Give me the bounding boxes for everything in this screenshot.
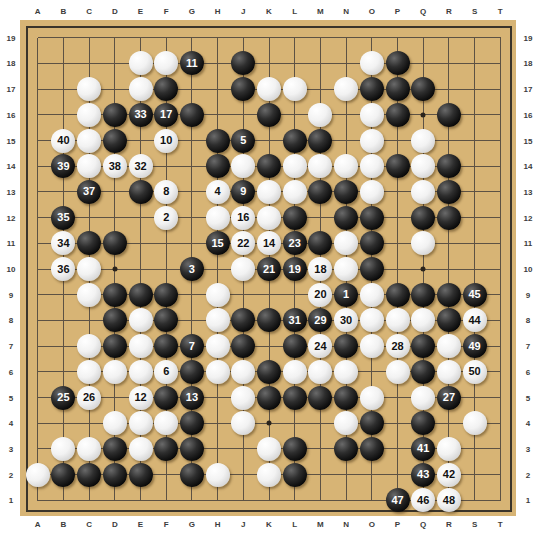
black-stone-P9[interactable] (386, 283, 410, 307)
black-stone-Q17[interactable] (411, 77, 435, 101)
empty-intersection-L18[interactable] (283, 51, 307, 75)
white-stone-M6[interactable] (308, 360, 332, 384)
black-stone-R12[interactable] (437, 206, 461, 230)
move-20-stone-M9[interactable]: 20 (308, 283, 332, 307)
empty-intersection-C4[interactable] (77, 411, 101, 435)
empty-intersection-E11[interactable] (129, 231, 153, 255)
move-13-stone-G5[interactable]: 13 (180, 386, 204, 410)
black-stone-Q7[interactable] (411, 334, 435, 358)
empty-intersection-S17[interactable] (463, 77, 487, 101)
black-stone-N3[interactable] (334, 437, 358, 461)
empty-intersection-P4[interactable] (386, 411, 410, 435)
empty-intersection-O6[interactable] (360, 360, 384, 384)
black-stone-L5[interactable] (283, 386, 307, 410)
empty-intersection-T17[interactable] (488, 77, 512, 101)
empty-intersection-S16[interactable] (463, 103, 487, 127)
empty-intersection-D12[interactable] (103, 206, 127, 230)
empty-intersection-J9[interactable] (231, 283, 255, 307)
empty-intersection-A14[interactable] (26, 154, 50, 178)
empty-intersection-P19[interactable] (386, 26, 410, 50)
white-stone-N4[interactable] (334, 411, 358, 435)
white-stone-E4[interactable] (129, 411, 153, 435)
empty-intersection-G13[interactable] (180, 180, 204, 204)
empty-intersection-D13[interactable] (103, 180, 127, 204)
empty-intersection-M19[interactable] (308, 26, 332, 50)
white-stone-M16[interactable] (308, 103, 332, 127)
white-stone-Q11[interactable] (411, 231, 435, 255)
white-stone-C7[interactable] (77, 334, 101, 358)
move-22-stone-J11[interactable]: 22 (231, 231, 255, 255)
empty-intersection-B13[interactable] (51, 180, 75, 204)
empty-intersection-B9[interactable] (51, 283, 75, 307)
black-stone-F3[interactable] (154, 437, 178, 461)
black-stone-O4[interactable] (360, 411, 384, 435)
empty-intersection-S2[interactable] (463, 463, 487, 487)
empty-intersection-B1[interactable] (51, 488, 75, 512)
white-stone-Q13[interactable] (411, 180, 435, 204)
black-stone-R9[interactable] (437, 283, 461, 307)
white-stone-K13[interactable] (257, 180, 281, 204)
white-stone-O16[interactable] (360, 103, 384, 127)
move-37-stone-C13[interactable]: 37 (77, 180, 101, 204)
empty-intersection-P10[interactable] (386, 257, 410, 281)
move-36-stone-B10[interactable]: 36 (51, 257, 75, 281)
white-stone-C16[interactable] (77, 103, 101, 127)
empty-intersection-E10[interactable] (129, 257, 153, 281)
empty-intersection-T1[interactable] (488, 488, 512, 512)
empty-intersection-A10[interactable] (26, 257, 50, 281)
black-stone-P18[interactable] (386, 51, 410, 75)
move-42-stone-R2[interactable]: 42 (437, 463, 461, 487)
empty-intersection-A12[interactable] (26, 206, 50, 230)
black-stone-D3[interactable] (103, 437, 127, 461)
black-stone-F7[interactable] (154, 334, 178, 358)
white-stone-J5[interactable] (231, 386, 255, 410)
black-stone-K5[interactable] (257, 386, 281, 410)
empty-intersection-H18[interactable] (206, 51, 230, 75)
black-stone-K8[interactable] (257, 308, 281, 332)
empty-intersection-T16[interactable] (488, 103, 512, 127)
black-stone-D16[interactable] (103, 103, 127, 127)
white-stone-Q8[interactable] (411, 308, 435, 332)
empty-intersection-K9[interactable] (257, 283, 281, 307)
black-stone-O10[interactable] (360, 257, 384, 281)
empty-intersection-A7[interactable] (26, 334, 50, 358)
black-stone-M11[interactable] (308, 231, 332, 255)
white-stone-L6[interactable] (283, 360, 307, 384)
empty-intersection-J19[interactable] (231, 26, 255, 50)
empty-intersection-T19[interactable] (488, 26, 512, 50)
white-stone-O14[interactable] (360, 154, 384, 178)
empty-intersection-T11[interactable] (488, 231, 512, 255)
move-47-stone-P1[interactable]: 47 (386, 488, 410, 512)
white-stone-E6[interactable] (129, 360, 153, 384)
empty-intersection-N15[interactable] (334, 129, 358, 153)
white-stone-O8[interactable] (360, 308, 384, 332)
white-stone-Q5[interactable] (411, 386, 435, 410)
black-stone-P16[interactable] (386, 103, 410, 127)
move-17-stone-F16[interactable]: 17 (154, 103, 178, 127)
empty-intersection-B6[interactable] (51, 360, 75, 384)
empty-intersection-S18[interactable] (463, 51, 487, 75)
black-stone-N5[interactable] (334, 386, 358, 410)
empty-intersection-H16[interactable] (206, 103, 230, 127)
empty-intersection-K15[interactable] (257, 129, 281, 153)
white-stone-N17[interactable] (334, 77, 358, 101)
black-stone-G16[interactable] (180, 103, 204, 127)
empty-intersection-S10[interactable] (463, 257, 487, 281)
move-39-stone-B14[interactable]: 39 (51, 154, 75, 178)
move-19-stone-L10[interactable]: 19 (283, 257, 307, 281)
empty-intersection-M3[interactable] (308, 437, 332, 461)
white-stone-N11[interactable] (334, 231, 358, 255)
white-stone-O5[interactable] (360, 386, 384, 410)
empty-intersection-M4[interactable] (308, 411, 332, 435)
black-stone-F8[interactable] (154, 308, 178, 332)
white-stone-K3[interactable] (257, 437, 281, 461)
move-4-stone-H13[interactable]: 4 (206, 180, 230, 204)
empty-intersection-E15[interactable] (129, 129, 153, 153)
empty-intersection-K7[interactable] (257, 334, 281, 358)
empty-intersection-M2[interactable] (308, 463, 332, 487)
black-stone-R8[interactable] (437, 308, 461, 332)
white-stone-K17[interactable] (257, 77, 281, 101)
white-stone-C10[interactable] (77, 257, 101, 281)
white-stone-F4[interactable] (154, 411, 178, 435)
empty-intersection-T8[interactable] (488, 308, 512, 332)
empty-intersection-N2[interactable] (334, 463, 358, 487)
empty-intersection-G1[interactable] (180, 488, 204, 512)
white-stone-D4[interactable] (103, 411, 127, 435)
white-stone-C17[interactable] (77, 77, 101, 101)
move-49-stone-S7[interactable]: 49 (463, 334, 487, 358)
empty-intersection-S12[interactable] (463, 206, 487, 230)
empty-intersection-F1[interactable] (154, 488, 178, 512)
empty-intersection-B8[interactable] (51, 308, 75, 332)
move-34-stone-B11[interactable]: 34 (51, 231, 75, 255)
move-16-stone-J12[interactable]: 16 (231, 206, 255, 230)
move-30-stone-N8[interactable]: 30 (334, 308, 358, 332)
white-stone-Q15[interactable] (411, 129, 435, 153)
empty-intersection-S19[interactable] (463, 26, 487, 50)
black-stone-J17[interactable] (231, 77, 255, 101)
move-2-stone-F12[interactable]: 2 (154, 206, 178, 230)
black-stone-M13[interactable] (308, 180, 332, 204)
black-stone-H14[interactable] (206, 154, 230, 178)
move-24-stone-M7[interactable]: 24 (308, 334, 332, 358)
white-stone-O15[interactable] (360, 129, 384, 153)
black-stone-E2[interactable] (129, 463, 153, 487)
black-stone-P17[interactable] (386, 77, 410, 101)
empty-intersection-T15[interactable] (488, 129, 512, 153)
move-14-stone-K11[interactable]: 14 (257, 231, 281, 255)
black-stone-L15[interactable] (283, 129, 307, 153)
white-stone-J4[interactable] (231, 411, 255, 435)
empty-intersection-K18[interactable] (257, 51, 281, 75)
white-stone-C9[interactable] (77, 283, 101, 307)
black-stone-R13[interactable] (437, 180, 461, 204)
empty-intersection-T18[interactable] (488, 51, 512, 75)
empty-intersection-H17[interactable] (206, 77, 230, 101)
move-5-stone-J15[interactable]: 5 (231, 129, 255, 153)
empty-intersection-P13[interactable] (386, 180, 410, 204)
empty-intersection-F10[interactable] (154, 257, 178, 281)
move-10-stone-F15[interactable]: 10 (154, 129, 178, 153)
move-11-stone-G18[interactable]: 11 (180, 51, 204, 75)
empty-intersection-R18[interactable] (437, 51, 461, 75)
white-stone-H2[interactable] (206, 463, 230, 487)
white-stone-A2[interactable] (26, 463, 50, 487)
empty-intersection-C19[interactable] (77, 26, 101, 50)
black-stone-B2[interactable] (51, 463, 75, 487)
empty-intersection-B18[interactable] (51, 51, 75, 75)
empty-intersection-T7[interactable] (488, 334, 512, 358)
empty-intersection-Q19[interactable] (411, 26, 435, 50)
black-stone-D8[interactable] (103, 308, 127, 332)
empty-intersection-S5[interactable] (463, 386, 487, 410)
black-stone-J18[interactable] (231, 51, 255, 75)
empty-intersection-T2[interactable] (488, 463, 512, 487)
move-6-stone-F6[interactable]: 6 (154, 360, 178, 384)
black-stone-K14[interactable] (257, 154, 281, 178)
empty-intersection-A16[interactable] (26, 103, 50, 127)
empty-intersection-L4[interactable] (283, 411, 307, 435)
empty-intersection-B16[interactable] (51, 103, 75, 127)
empty-intersection-R17[interactable] (437, 77, 461, 101)
white-stone-E8[interactable] (129, 308, 153, 332)
black-stone-L2[interactable] (283, 463, 307, 487)
empty-intersection-T13[interactable] (488, 180, 512, 204)
empty-intersection-H5[interactable] (206, 386, 230, 410)
empty-intersection-K19[interactable] (257, 26, 281, 50)
empty-intersection-S3[interactable] (463, 437, 487, 461)
empty-intersection-P2[interactable] (386, 463, 410, 487)
empty-intersection-H3[interactable] (206, 437, 230, 461)
move-27-stone-R5[interactable]: 27 (437, 386, 461, 410)
empty-intersection-S11[interactable] (463, 231, 487, 255)
move-3-stone-G10[interactable]: 3 (180, 257, 204, 281)
white-stone-O9[interactable] (360, 283, 384, 307)
white-stone-O18[interactable] (360, 51, 384, 75)
empty-intersection-G12[interactable] (180, 206, 204, 230)
white-stone-R7[interactable] (437, 334, 461, 358)
move-15-stone-H11[interactable]: 15 (206, 231, 230, 255)
empty-intersection-G19[interactable] (180, 26, 204, 50)
empty-intersection-A3[interactable] (26, 437, 50, 461)
move-50-stone-S6[interactable]: 50 (463, 360, 487, 384)
black-stone-G2[interactable] (180, 463, 204, 487)
white-stone-F18[interactable] (154, 51, 178, 75)
black-stone-L7[interactable] (283, 334, 307, 358)
empty-intersection-A11[interactable] (26, 231, 50, 255)
empty-intersection-C18[interactable] (77, 51, 101, 75)
white-stone-J6[interactable] (231, 360, 255, 384)
black-stone-C2[interactable] (77, 463, 101, 487)
empty-intersection-E12[interactable] (129, 206, 153, 230)
empty-intersection-T12[interactable] (488, 206, 512, 230)
white-stone-J10[interactable] (231, 257, 255, 281)
empty-intersection-O2[interactable] (360, 463, 384, 487)
empty-intersection-D5[interactable] (103, 386, 127, 410)
empty-intersection-D17[interactable] (103, 77, 127, 101)
empty-intersection-T10[interactable] (488, 257, 512, 281)
empty-intersection-N16[interactable] (334, 103, 358, 127)
white-stone-C15[interactable] (77, 129, 101, 153)
move-8-stone-F13[interactable]: 8 (154, 180, 178, 204)
empty-intersection-F2[interactable] (154, 463, 178, 487)
empty-intersection-B7[interactable] (51, 334, 75, 358)
white-stone-N14[interactable] (334, 154, 358, 178)
empty-intersection-P12[interactable] (386, 206, 410, 230)
empty-intersection-T6[interactable] (488, 360, 512, 384)
white-stone-H8[interactable] (206, 308, 230, 332)
move-26-stone-C5[interactable]: 26 (77, 386, 101, 410)
empty-intersection-R10[interactable] (437, 257, 461, 281)
empty-intersection-C12[interactable] (77, 206, 101, 230)
black-stone-D7[interactable] (103, 334, 127, 358)
black-stone-M5[interactable] (308, 386, 332, 410)
empty-intersection-G17[interactable] (180, 77, 204, 101)
black-stone-D2[interactable] (103, 463, 127, 487)
empty-intersection-R11[interactable] (437, 231, 461, 255)
move-41-stone-Q3[interactable]: 41 (411, 437, 435, 461)
empty-intersection-J1[interactable] (231, 488, 255, 512)
white-stone-E7[interactable] (129, 334, 153, 358)
white-stone-Q14[interactable] (411, 154, 435, 178)
empty-intersection-L19[interactable] (283, 26, 307, 50)
black-stone-G4[interactable] (180, 411, 204, 435)
empty-intersection-T5[interactable] (488, 386, 512, 410)
black-stone-K6[interactable] (257, 360, 281, 384)
empty-intersection-P15[interactable] (386, 129, 410, 153)
empty-intersection-H4[interactable] (206, 411, 230, 435)
move-21-stone-K10[interactable]: 21 (257, 257, 281, 281)
white-stone-N6[interactable] (334, 360, 358, 384)
empty-intersection-D10[interactable] (103, 257, 127, 281)
empty-intersection-F14[interactable] (154, 154, 178, 178)
empty-intersection-S15[interactable] (463, 129, 487, 153)
empty-intersection-A9[interactable] (26, 283, 50, 307)
empty-intersection-K4[interactable] (257, 411, 281, 435)
black-stone-J7[interactable] (231, 334, 255, 358)
move-7-stone-G7[interactable]: 7 (180, 334, 204, 358)
empty-intersection-P3[interactable] (386, 437, 410, 461)
white-stone-L13[interactable] (283, 180, 307, 204)
empty-intersection-G15[interactable] (180, 129, 204, 153)
empty-intersection-M12[interactable] (308, 206, 332, 230)
white-stone-C14[interactable] (77, 154, 101, 178)
move-23-stone-L11[interactable]: 23 (283, 231, 307, 255)
empty-intersection-N1[interactable] (334, 488, 358, 512)
white-stone-H7[interactable] (206, 334, 230, 358)
black-stone-R14[interactable] (437, 154, 461, 178)
empty-intersection-T4[interactable] (488, 411, 512, 435)
empty-intersection-A19[interactable] (26, 26, 50, 50)
move-25-stone-B5[interactable]: 25 (51, 386, 75, 410)
move-45-stone-S9[interactable]: 45 (463, 283, 487, 307)
move-40-stone-B15[interactable]: 40 (51, 129, 75, 153)
white-stone-R3[interactable] (437, 437, 461, 461)
black-stone-G3[interactable] (180, 437, 204, 461)
empty-intersection-A1[interactable] (26, 488, 50, 512)
empty-intersection-D1[interactable] (103, 488, 127, 512)
black-stone-D11[interactable] (103, 231, 127, 255)
black-stone-D15[interactable] (103, 129, 127, 153)
empty-intersection-B17[interactable] (51, 77, 75, 101)
black-stone-J8[interactable] (231, 308, 255, 332)
empty-intersection-R4[interactable] (437, 411, 461, 435)
black-stone-P14[interactable] (386, 154, 410, 178)
empty-intersection-M17[interactable] (308, 77, 332, 101)
move-28-stone-P7[interactable]: 28 (386, 334, 410, 358)
white-stone-M14[interactable] (308, 154, 332, 178)
move-48-stone-R1[interactable]: 48 (437, 488, 461, 512)
empty-intersection-B19[interactable] (51, 26, 75, 50)
black-stone-M15[interactable] (308, 129, 332, 153)
white-stone-D6[interactable] (103, 360, 127, 384)
empty-intersection-Q18[interactable] (411, 51, 435, 75)
empty-intersection-B4[interactable] (51, 411, 75, 435)
empty-intersection-A15[interactable] (26, 129, 50, 153)
empty-intersection-J3[interactable] (231, 437, 255, 461)
white-stone-J14[interactable] (231, 154, 255, 178)
empty-intersection-S1[interactable] (463, 488, 487, 512)
white-stone-H12[interactable] (206, 206, 230, 230)
empty-intersection-L9[interactable] (283, 283, 307, 307)
black-stone-C11[interactable] (77, 231, 101, 255)
white-stone-S4[interactable] (463, 411, 487, 435)
white-stone-E3[interactable] (129, 437, 153, 461)
white-stone-K12[interactable] (257, 206, 281, 230)
white-stone-R6[interactable] (437, 360, 461, 384)
empty-intersection-G9[interactable] (180, 283, 204, 307)
black-stone-N13[interactable] (334, 180, 358, 204)
move-12-stone-E5[interactable]: 12 (129, 386, 153, 410)
black-stone-Q9[interactable] (411, 283, 435, 307)
empty-intersection-P11[interactable] (386, 231, 410, 255)
empty-intersection-A6[interactable] (26, 360, 50, 384)
black-stone-O12[interactable] (360, 206, 384, 230)
black-stone-H15[interactable] (206, 129, 230, 153)
white-stone-P8[interactable] (386, 308, 410, 332)
black-stone-O3[interactable] (360, 437, 384, 461)
white-stone-N10[interactable] (334, 257, 358, 281)
empty-intersection-N18[interactable] (334, 51, 358, 75)
black-stone-O17[interactable] (360, 77, 384, 101)
white-stone-H9[interactable] (206, 283, 230, 307)
empty-intersection-C1[interactable] (77, 488, 101, 512)
black-stone-E13[interactable] (129, 180, 153, 204)
empty-intersection-F11[interactable] (154, 231, 178, 255)
empty-intersection-K1[interactable] (257, 488, 281, 512)
move-29-stone-M8[interactable]: 29 (308, 308, 332, 332)
empty-intersection-H1[interactable] (206, 488, 230, 512)
empty-intersection-R15[interactable] (437, 129, 461, 153)
empty-intersection-N19[interactable] (334, 26, 358, 50)
empty-intersection-J2[interactable] (231, 463, 255, 487)
empty-intersection-F19[interactable] (154, 26, 178, 50)
empty-intersection-T9[interactable] (488, 283, 512, 307)
move-31-stone-L8[interactable]: 31 (283, 308, 307, 332)
empty-intersection-S13[interactable] (463, 180, 487, 204)
empty-intersection-C8[interactable] (77, 308, 101, 332)
move-32-stone-E14[interactable]: 32 (129, 154, 153, 178)
move-33-stone-E16[interactable]: 33 (129, 103, 153, 127)
move-18-stone-M10[interactable]: 18 (308, 257, 332, 281)
empty-intersection-G8[interactable] (180, 308, 204, 332)
move-38-stone-D14[interactable]: 38 (103, 154, 127, 178)
black-stone-Q6[interactable] (411, 360, 435, 384)
